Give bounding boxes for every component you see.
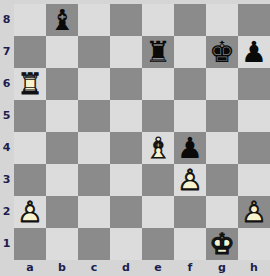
square-a3[interactable]	[14, 164, 46, 196]
rank-label-1: 1	[0, 228, 13, 260]
square-g2[interactable]	[206, 196, 238, 228]
square-b1[interactable]	[46, 228, 78, 260]
rank-label-6: 6	[0, 68, 13, 100]
square-f5[interactable]	[174, 100, 206, 132]
file-label-f: f	[174, 260, 206, 276]
square-b6[interactable]	[46, 68, 78, 100]
black-pawn: ♟	[174, 132, 206, 164]
square-d2[interactable]	[110, 196, 142, 228]
square-a7[interactable]	[14, 36, 46, 68]
square-a8[interactable]	[14, 4, 46, 36]
square-d5[interactable]	[110, 100, 142, 132]
white-bishop-outline: ♗	[142, 132, 174, 164]
square-c6[interactable]	[78, 68, 110, 100]
file-label-h: h	[238, 260, 270, 276]
square-h5[interactable]	[238, 100, 270, 132]
square-c2[interactable]	[78, 196, 110, 228]
chess-board: ♝♜♚♟♜♖♝♗♟♟♙♟♙♟♙♚♔	[14, 4, 270, 260]
chess-diagram: 87654321 ♝♜♚♟♜♖♝♗♟♟♙♟♙♟♙♚♔ abcdefgh	[0, 0, 270, 276]
square-b5[interactable]	[46, 100, 78, 132]
square-d3[interactable]	[110, 164, 142, 196]
black-king: ♚	[206, 36, 238, 68]
rank-label-2: 2	[0, 196, 13, 228]
square-e4[interactable]: ♝♗	[142, 132, 174, 164]
square-c1[interactable]	[78, 228, 110, 260]
rank-label-5: 5	[0, 100, 13, 132]
square-f6[interactable]	[174, 68, 206, 100]
file-label-b: b	[46, 260, 78, 276]
square-h1[interactable]	[238, 228, 270, 260]
square-c8[interactable]	[78, 4, 110, 36]
square-d1[interactable]	[110, 228, 142, 260]
rank-labels: 87654321	[0, 4, 14, 260]
square-e8[interactable]	[142, 4, 174, 36]
square-d8[interactable]	[110, 4, 142, 36]
black-rook: ♜	[142, 36, 174, 68]
square-d7[interactable]	[110, 36, 142, 68]
square-e7[interactable]: ♜	[142, 36, 174, 68]
square-e6[interactable]	[142, 68, 174, 100]
square-g3[interactable]	[206, 164, 238, 196]
square-f4[interactable]: ♟	[174, 132, 206, 164]
square-g1[interactable]: ♚♔	[206, 228, 238, 260]
square-b3[interactable]	[46, 164, 78, 196]
square-a2[interactable]: ♟♙	[14, 196, 46, 228]
square-h2[interactable]: ♟♙	[238, 196, 270, 228]
square-f7[interactable]	[174, 36, 206, 68]
square-h8[interactable]	[238, 4, 270, 36]
square-a1[interactable]	[14, 228, 46, 260]
square-f8[interactable]	[174, 4, 206, 36]
square-g7[interactable]: ♚	[206, 36, 238, 68]
black-pawn: ♟	[238, 36, 270, 68]
square-d4[interactable]	[110, 132, 142, 164]
square-h3[interactable]	[238, 164, 270, 196]
square-c4[interactable]	[78, 132, 110, 164]
square-h7[interactable]: ♟	[238, 36, 270, 68]
file-label-d: d	[110, 260, 142, 276]
square-e3[interactable]	[142, 164, 174, 196]
rank-label-3: 3	[0, 164, 13, 196]
white-pawn-outline: ♙	[238, 196, 270, 228]
square-h6[interactable]	[238, 68, 270, 100]
square-b2[interactable]	[46, 196, 78, 228]
file-label-a: a	[14, 260, 46, 276]
square-g4[interactable]	[206, 132, 238, 164]
square-c3[interactable]	[78, 164, 110, 196]
square-d6[interactable]	[110, 68, 142, 100]
rank-label-8: 8	[0, 4, 13, 36]
file-labels: abcdefgh	[14, 260, 270, 276]
square-b8[interactable]: ♝	[46, 4, 78, 36]
file-label-g: g	[206, 260, 238, 276]
rank-label-4: 4	[0, 132, 13, 164]
square-a6[interactable]: ♜♖	[14, 68, 46, 100]
square-c5[interactable]	[78, 100, 110, 132]
square-g6[interactable]	[206, 68, 238, 100]
square-b4[interactable]	[46, 132, 78, 164]
file-label-e: e	[142, 260, 174, 276]
square-f1[interactable]	[174, 228, 206, 260]
square-f2[interactable]	[174, 196, 206, 228]
square-f3[interactable]: ♟♙	[174, 164, 206, 196]
square-e2[interactable]	[142, 196, 174, 228]
white-pawn-outline: ♙	[174, 164, 206, 196]
square-g8[interactable]	[206, 4, 238, 36]
rank-label-7: 7	[0, 36, 13, 68]
black-bishop: ♝	[46, 4, 78, 36]
square-e1[interactable]	[142, 228, 174, 260]
square-c7[interactable]	[78, 36, 110, 68]
square-h4[interactable]	[238, 132, 270, 164]
white-pawn-outline: ♙	[14, 196, 46, 228]
file-label-c: c	[78, 260, 110, 276]
square-g5[interactable]	[206, 100, 238, 132]
white-rook-outline: ♖	[14, 68, 46, 100]
square-a5[interactable]	[14, 100, 46, 132]
square-e5[interactable]	[142, 100, 174, 132]
square-a4[interactable]	[14, 132, 46, 164]
white-king-outline: ♔	[206, 228, 238, 260]
square-b7[interactable]	[46, 36, 78, 68]
